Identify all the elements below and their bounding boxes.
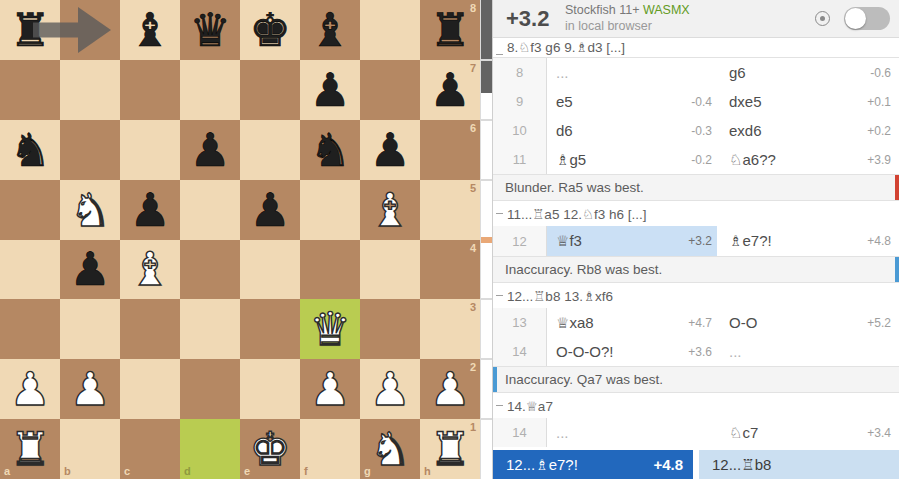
square-d3[interactable] [180,299,240,359]
rank-label-4: 4 [470,243,476,254]
retro-bottom-bar: 12...♗e7?! +4.8 12...♖b8 [493,448,899,479]
square-h6[interactable]: 6 [420,120,480,180]
white-pawn: ♟ [60,359,120,419]
black-pawn: ♟ [420,60,480,120]
square-d8[interactable]: ♛ [180,0,240,60]
white-move-eval: +3.6 [688,345,712,359]
square-d7[interactable] [180,60,240,120]
white-bishop: ♝ [360,180,420,240]
move-number: 13 [493,308,547,337]
square-d4[interactable] [180,240,240,300]
gauge-tick [481,358,492,360]
square-g3[interactable] [360,299,420,359]
square-g4[interactable] [360,240,420,300]
retro-best-san: 12...♖b8 [712,456,771,474]
square-g5[interactable]: ♝ [360,180,420,240]
retro-current-san: 12...♗e7?! [506,456,578,474]
black-pawn: ♟ [300,60,360,120]
white-king: ♚ [240,419,300,479]
move-row: 14...♘c7+3.4 [493,418,899,447]
white-queen: ♛ [300,299,360,359]
blue-judgment-bar [895,257,899,282]
black-move-eval: -0.6 [870,66,891,80]
retro-current-eval: +4.8 [653,456,683,473]
move-number: 10 [493,116,547,145]
move-row: 14O-O-O?!+3.6... [493,337,899,366]
blue-judgment-bar [493,367,497,392]
gauge-tick [481,298,492,300]
square-a7[interactable] [0,60,60,120]
file-label-f: f [304,466,308,477]
move-row: 9e5-0.4dxe5+0.1 [493,87,899,116]
rank-label-3: 3 [470,302,476,313]
move-number: 14 [493,418,547,447]
square-b3[interactable] [60,299,120,359]
white-rook: ♜ [0,419,60,479]
black-move-cell[interactable]: g6-0.6 [717,58,899,87]
square-c6[interactable] [120,120,180,180]
engine-header: +3.2 Stockfish 11+ WASMX in local browse… [493,0,899,38]
square-g1[interactable]: g♞ [360,419,420,479]
black-move-cell[interactable]: dxe5+0.1 [717,87,899,116]
black-move-eval: +5.2 [867,316,891,330]
square-a1[interactable]: a♜ [0,419,60,479]
square-c8[interactable]: ♝ [120,0,180,60]
variation-tree-dash [496,295,503,296]
square-d5[interactable] [180,180,240,240]
red-judgment-bar [895,175,899,200]
square-f3[interactable]: ♛ [300,299,360,359]
square-f1[interactable]: f [300,419,360,479]
black-pawn: ♟ [240,180,300,240]
square-h1[interactable]: 1h♜ [420,419,480,479]
white-move-eval: -0.3 [691,124,712,138]
square-f6[interactable]: ♞ [300,120,360,180]
variation-text: 11...♖a5 12.♘f3 h6 [...] [507,206,647,222]
black-move-san: g6 [729,64,746,81]
black-move-cell[interactable]: ♘c7+3.4 [717,418,899,447]
judgment-comment: Blunder. Ra5 was best. [493,174,899,201]
white-move-cell[interactable]: e5-0.4 [547,87,717,116]
white-pawn: ♟ [300,359,360,419]
black-rook: ♜ [0,0,60,60]
square-d1[interactable]: d [180,419,240,479]
variation-line[interactable]: 14.♕a7 [493,393,899,418]
white-pawn: ♟ [0,359,60,419]
square-f7[interactable]: ♟ [300,60,360,120]
gauge-tick [481,179,492,181]
black-move-san: ♘c7 [729,424,758,442]
gauge-tick [481,59,492,61]
black-queen: ♛ [180,0,240,60]
square-f8[interactable]: ♝ [300,0,360,60]
white-move-cell[interactable]: ♕f3+3.2 [547,226,717,256]
white-move-eval: +4.7 [688,316,712,330]
move-number: 11 [493,145,547,174]
black-move-cell[interactable]: O-O+5.2 [717,308,899,337]
black-bishop: ♝ [120,0,180,60]
square-a3[interactable] [0,299,60,359]
variation-text: 14.♕a7 [507,398,553,414]
file-label-d: d [184,466,191,477]
square-h2[interactable]: 2♟ [420,359,480,419]
move-row: 11♗g5-0.2♘a6??+3.9 [493,145,899,174]
variation-line[interactable]: 11...♖a5 12.♘f3 h6 [...] [493,201,899,226]
black-pawn: ♟ [120,180,180,240]
file-label-b: b [64,466,71,477]
square-f5[interactable] [300,180,360,240]
square-f4[interactable] [300,240,360,300]
engine-toggle[interactable] [844,7,890,30]
square-d6[interactable]: ♟ [180,120,240,180]
chess-analysis-app: ♜♝♛♚♝8♜♟7♟♞♟♞♟6♞♟♟♝5♟♝4♛3♟♟♟♟2♟a♜bcde♚fg… [0,0,899,479]
square-g7[interactable] [360,60,420,120]
black-move-cell[interactable]: exd6+0.2 [717,116,899,145]
square-f2[interactable]: ♟ [300,359,360,419]
move-number: 14 [493,337,547,366]
black-knight: ♞ [0,120,60,180]
black-move-cell[interactable]: ♘a6??+3.9 [717,145,899,174]
black-pawn: ♟ [180,120,240,180]
white-knight: ♞ [60,180,120,240]
white-move-san: e5 [556,93,573,110]
square-a8[interactable]: ♜ [0,0,60,60]
square-b1[interactable]: b [60,419,120,479]
variation-line[interactable]: 12...♖b8 13.♗xf6 [493,283,899,308]
judgment-comment: Inaccuracy. Qa7 was best. [493,366,899,393]
engine-badge: WASMX [643,3,690,17]
square-b6[interactable] [60,120,120,180]
judgment-text: Inaccuracy. Rb8 was best. [505,262,662,277]
square-c4[interactable]: ♝ [120,240,180,300]
move-row: 12♕f3+3.2♗e7?!+4.8 [493,226,899,256]
white-move-cell[interactable]: ... [547,418,717,447]
black-move-eval: +0.1 [867,95,891,109]
engine-toggle-knob [845,8,866,29]
variation-text: 12...♖b8 13.♗xf6 [507,288,613,304]
black-move-san: dxe5 [729,93,762,110]
black-move-eval: +0.2 [867,124,891,138]
engine-name: Stockfish 11+ [565,3,639,17]
square-b8[interactable] [60,0,120,60]
engine-name-line: Stockfish 11+ WASMX [565,3,690,19]
square-g2[interactable]: ♟ [360,359,420,419]
square-a4[interactable] [0,240,60,300]
black-knight: ♞ [300,120,360,180]
move-number: 8 [493,58,547,87]
square-c7[interactable] [120,60,180,120]
white-move-cell[interactable]: ... [547,58,717,87]
black-move-eval: +4.8 [867,234,891,248]
rank-label-5: 5 [470,183,476,194]
white-move-eval: -0.4 [691,95,712,109]
file-label-c: c [124,466,130,477]
variation-tree-dash [496,405,503,406]
square-h7[interactable]: 7♟ [420,60,480,120]
variation-line[interactable]: 8.♘f3 g6 9.♗d3 [...] [493,38,899,58]
square-b2[interactable]: ♟ [60,359,120,419]
square-e5[interactable]: ♟ [240,180,300,240]
board-grid: ♜♝♛♚♝8♜♟7♟♞♟♞♟6♞♟♟♝5♟♝4♛3♟♟♟♟2♟a♜bcde♚fg… [0,0,480,479]
black-pawn: ♟ [60,240,120,300]
retro-current-move[interactable]: 12...♗e7?! +4.8 [493,450,693,479]
square-e7[interactable] [240,60,300,120]
square-c3[interactable] [120,299,180,359]
white-knight: ♞ [360,419,420,479]
eval-gauge-black-portion [481,0,492,93]
black-move-san: exd6 [729,122,762,139]
white-move-san: ... [556,424,569,441]
variation-text: 8.♘f3 g6 9.♗d3 [...] [507,39,625,55]
move-row: 8...g6-0.6 [493,58,899,87]
white-move-cell[interactable]: O-O-O?!+3.6 [547,337,717,366]
white-move-san: ... [556,64,569,81]
square-a6[interactable]: ♞ [0,120,60,180]
rank-label-6: 6 [470,123,476,134]
white-move-eval: +3.2 [688,234,712,248]
judgment-comment: Inaccuracy. Rb8 was best. [493,256,899,283]
gauge-midline-tick [481,237,492,243]
white-move-cell[interactable]: ♗g5-0.2 [547,145,717,174]
engine-identity: Stockfish 11+ WASMX in local browser [565,3,690,34]
black-pawn: ♟ [360,120,420,180]
engine-location: in local browser [565,19,690,35]
move-list: 8.♘f3 g6 9.♗d3 [...]8...g6-0.69e5-0.4dxe… [493,38,899,448]
white-bishop: ♝ [120,240,180,300]
engine-eval: +3.2 [493,6,565,32]
square-c2[interactable] [120,359,180,419]
judgment-text: Inaccuracy. Qa7 was best. [505,372,663,387]
white-move-san: ♕xa8 [556,314,594,332]
gauge-tick [481,119,492,121]
black-king: ♚ [240,0,300,60]
square-e8[interactable]: ♚ [240,0,300,60]
square-c1[interactable]: c [120,419,180,479]
square-a2[interactable]: ♟ [0,359,60,419]
square-h3[interactable]: 3 [420,299,480,359]
white-move-cell[interactable]: ♕xa8+4.7 [547,308,717,337]
square-g8[interactable] [360,0,420,60]
black-rook: ♜ [420,0,480,60]
chess-board: ♜♝♛♚♝8♜♟7♟♞♟♞♟6♞♟♟♝5♟♝4♛3♟♟♟♟2♟a♜bcde♚fg… [0,0,480,479]
square-h4[interactable]: 4 [420,240,480,300]
square-e2[interactable] [240,359,300,419]
black-bishop: ♝ [300,0,360,60]
move-row: 10d6-0.3exd6+0.2 [493,116,899,145]
white-move-eval: -0.2 [691,153,712,167]
variation-tree-dash [496,54,503,55]
black-move-cell[interactable]: ... [717,337,899,366]
black-move-cell[interactable]: ♗e7?!+4.8 [717,226,899,256]
practice-goal-icon[interactable] [815,11,830,26]
square-e1[interactable]: e♚ [240,419,300,479]
square-b5[interactable]: ♞ [60,180,120,240]
move-row: 13♕xa8+4.7O-O+5.2 [493,308,899,337]
black-move-san: ♘a6?? [729,151,776,169]
black-move-san: ♗e7?! [729,232,772,250]
black-move-san: ... [729,343,742,360]
analysis-panel: +3.2 Stockfish 11+ WASMX in local browse… [493,0,899,479]
white-move-san: d6 [556,122,573,139]
square-d2[interactable] [180,359,240,419]
square-e3[interactable] [240,299,300,359]
white-pawn: ♟ [360,359,420,419]
white-pawn: ♟ [420,359,480,419]
gauge-tick [481,418,492,420]
white-move-cell[interactable]: d6-0.3 [547,116,717,145]
white-move-san: O-O-O?! [556,343,614,360]
move-number: 12 [493,226,547,256]
black-move-eval: +3.9 [867,153,891,167]
square-h8[interactable]: 8♜ [420,0,480,60]
white-rook: ♜ [420,419,480,479]
retro-best-move[interactable]: 12...♖b8 [699,450,899,479]
square-g6[interactable]: ♟ [360,120,420,180]
move-number: 9 [493,87,547,116]
square-h5[interactable]: 5 [420,180,480,240]
eval-gauge [480,0,493,479]
variation-tree-dash [496,213,503,214]
judgment-text: Blunder. Ra5 was best. [505,180,644,195]
white-move-san: ♕f3 [556,232,582,250]
black-move-eval: +3.4 [867,426,891,440]
white-move-san: ♗g5 [556,151,586,169]
square-c5[interactable]: ♟ [120,180,180,240]
black-move-san: O-O [729,314,757,331]
square-a5[interactable] [0,180,60,240]
square-b4[interactable]: ♟ [60,240,120,300]
square-e4[interactable] [240,240,300,300]
square-b7[interactable] [60,60,120,120]
square-e6[interactable] [240,120,300,180]
